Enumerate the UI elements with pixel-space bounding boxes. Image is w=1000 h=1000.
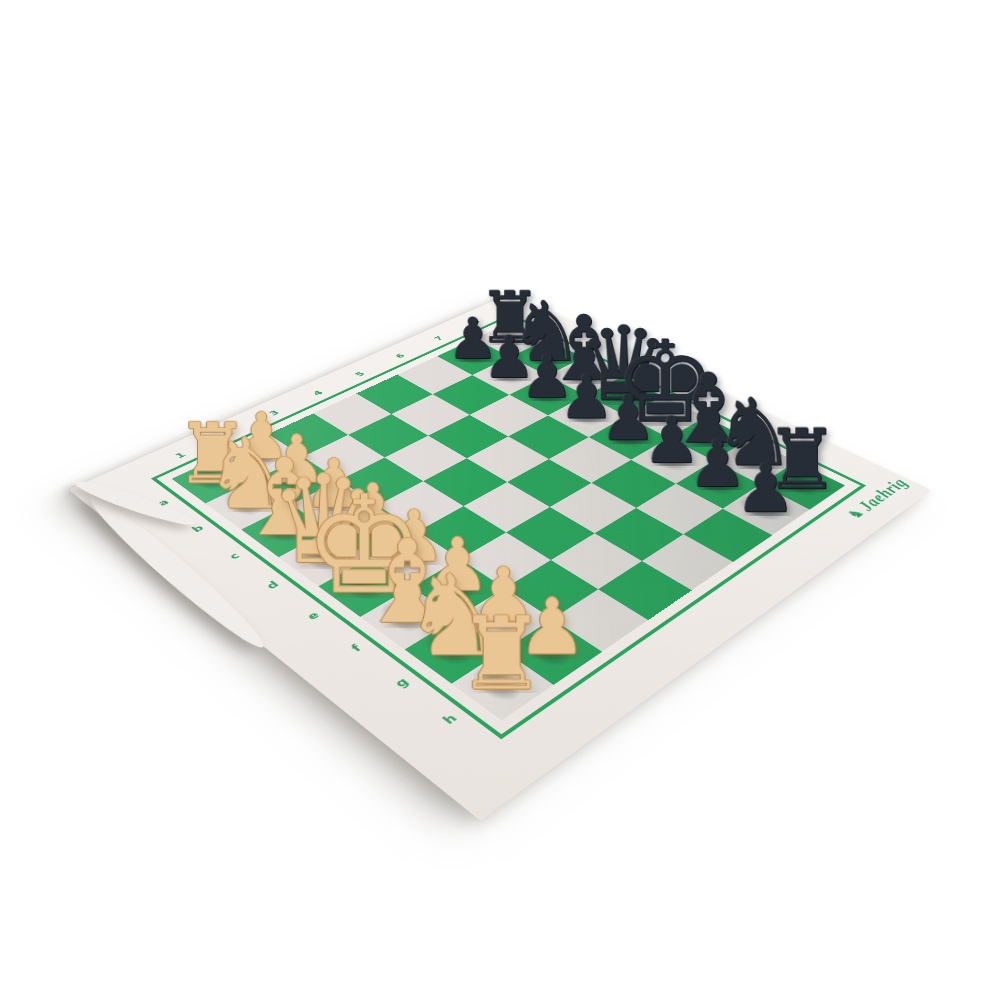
file-label-f: f	[345, 641, 368, 656]
file-label-b: b	[188, 523, 209, 535]
product-photo-scene: ♜♞♝♛♚♝♞♜♟♟♟♟♟♟♟♟♟♟♟♟♟♟♟♟♜♞♝♛♚♝♞♜ 1234567…	[0, 0, 1000, 1000]
board-grid: ♜♞♝♛♚♝♞♜♟♟♟♟♟♟♟♟♟♟♟♟♟♟♟♟♜♞♝♛♚♝♞♜	[172, 322, 845, 720]
rank-label-5: 5	[351, 370, 368, 379]
file-label-e: e	[302, 609, 324, 623]
chess-mat: ♜♞♝♛♚♝♞♜♟♟♟♟♟♟♟♟♟♟♟♟♟♟♟♟♜♞♝♛♚♝♞♜ 1234567…	[69, 293, 932, 821]
file-label-c: c	[224, 550, 245, 563]
file-label-d: d	[262, 578, 284, 592]
file-label-g: g	[390, 675, 414, 691]
file-label-h: h	[438, 711, 462, 728]
rank-label-6: 6	[392, 352, 409, 360]
rank-label-4: 4	[309, 389, 327, 398]
